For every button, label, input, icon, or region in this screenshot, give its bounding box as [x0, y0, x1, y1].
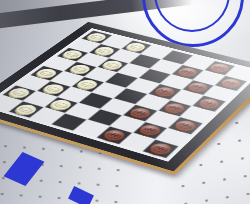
checker-piece-brown: ⛂	[147, 142, 175, 157]
scene-air-hockey-table: ⛀⛀⛂⛀⛂⛂⛀⛀⛂⛀⛂⛂⛀⛀⛂⛀⛂⛂⛀⛀⛂⛀⛂⛂	[0, 0, 250, 204]
